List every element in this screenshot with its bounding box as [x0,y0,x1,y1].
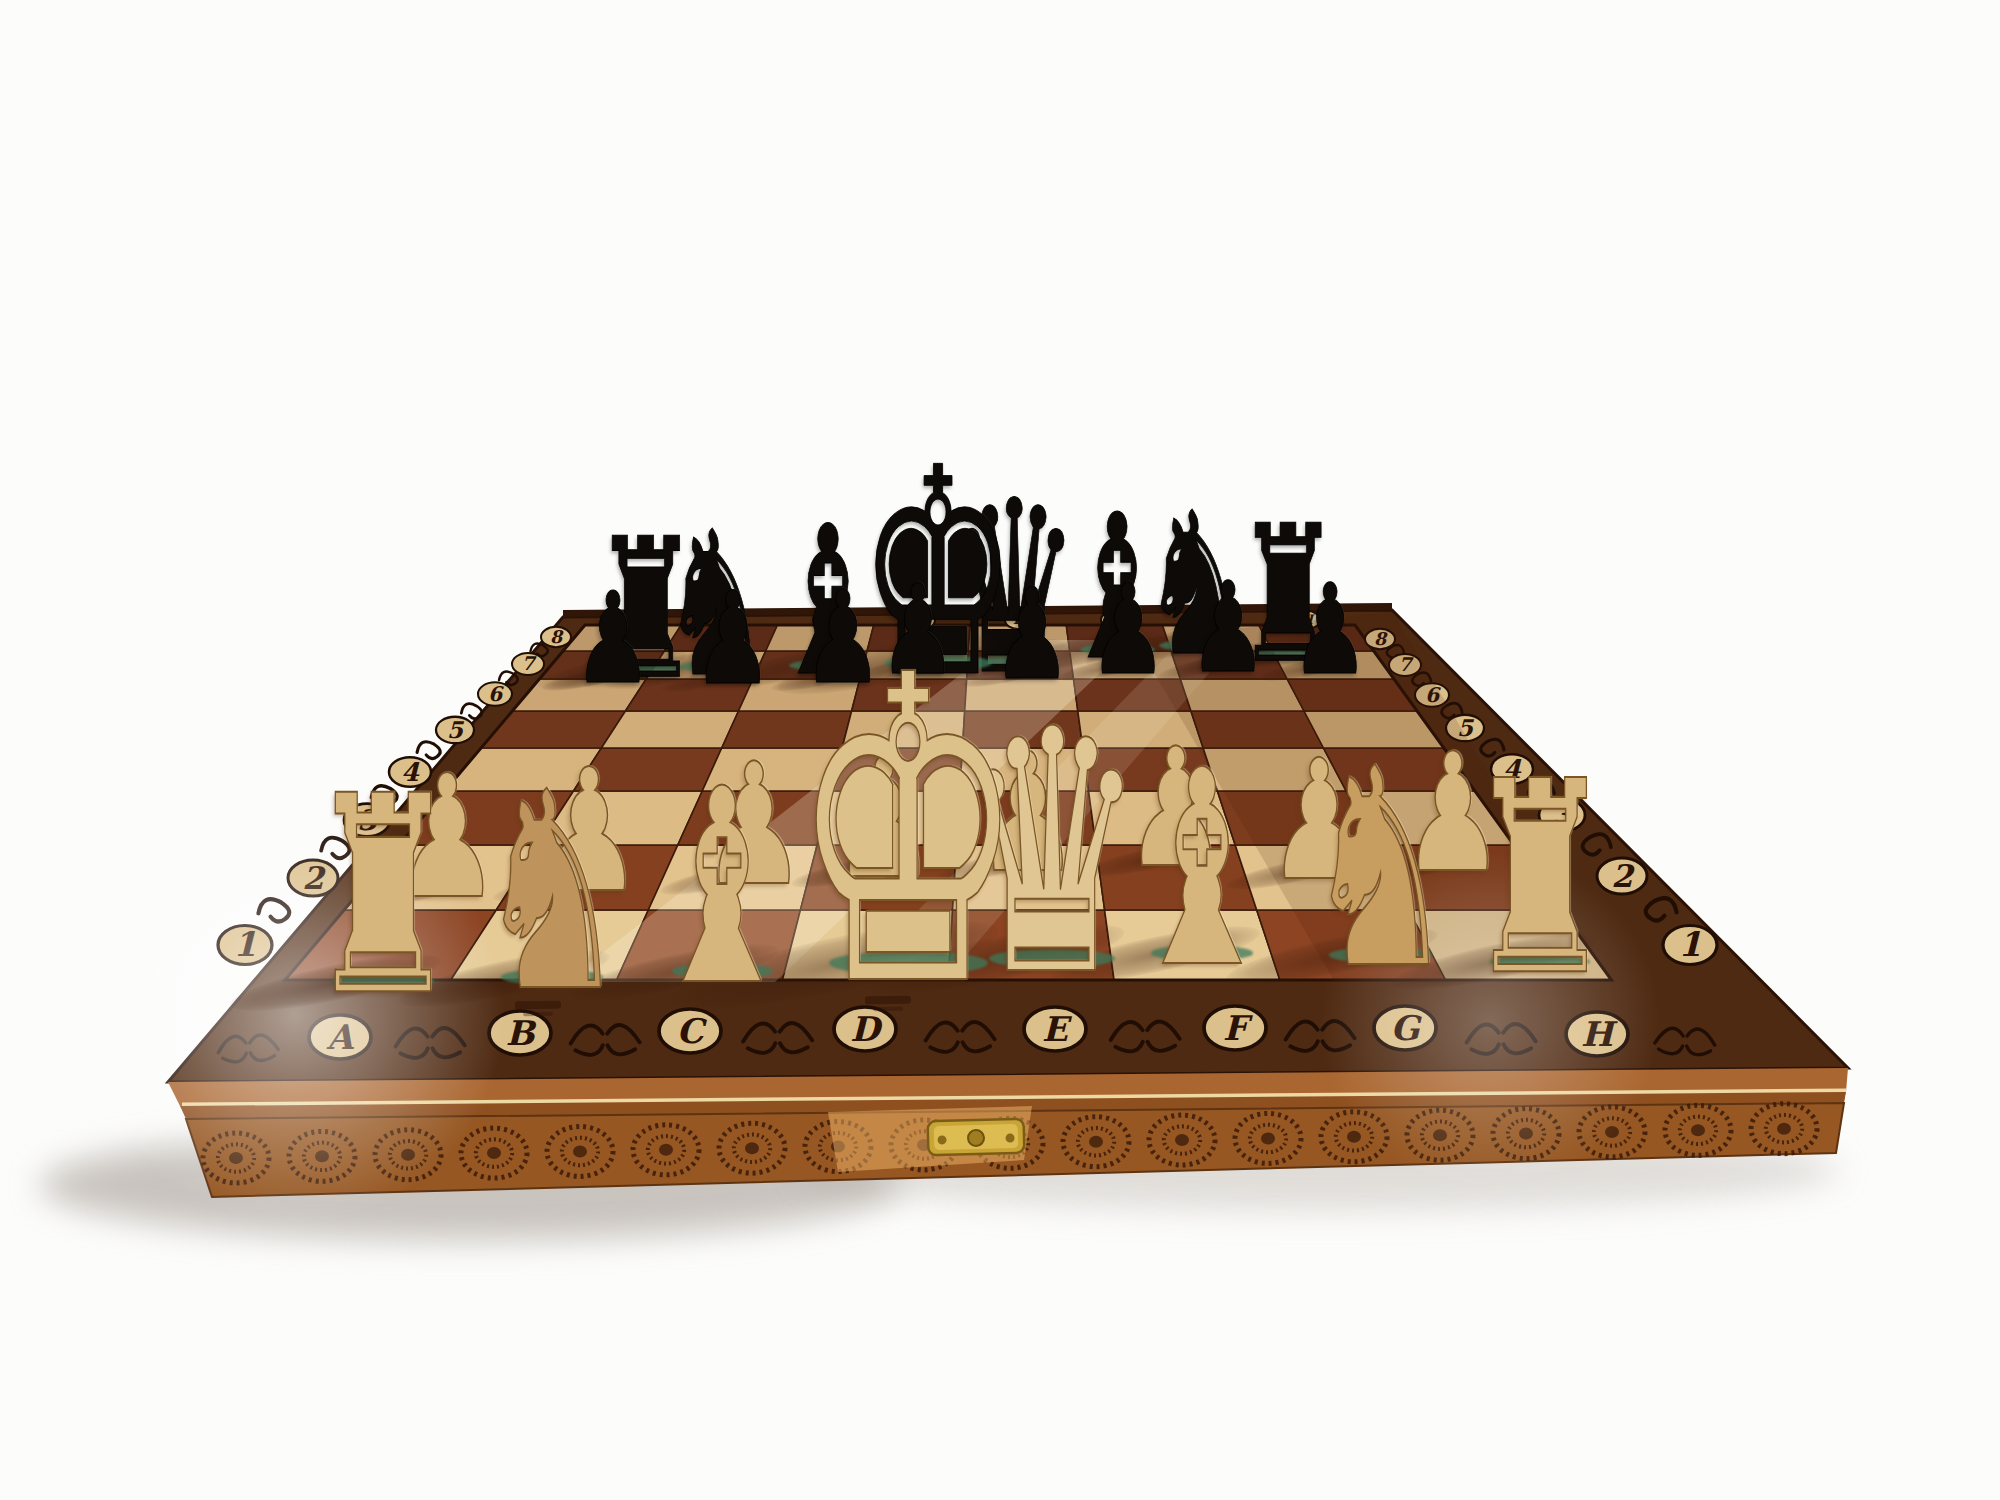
pieces-layer: ♞♝♜♛♚♟♝♞♟♟♟♜♟♟♟♟♟♟♟♟♟♟♟♟♝♞♛♜♚♝♞♜ [0,0,2000,1500]
piece-black-pawn-g7[interactable]: ♟ [1189,565,1267,690]
chess-set-photo: A B C D E F G H A B C D E F G H [0,0,2000,1500]
piece-white-king-d1[interactable]: ♚ [790,621,1025,1044]
piece-white-rook-h1[interactable]: ♜ [1466,746,1614,1012]
piece-white-knight-b1[interactable]: ♞ [476,756,628,1029]
piece-black-pawn-h7[interactable]: ♟ [1291,567,1369,692]
piece-black-pawn-b7[interactable]: ♟ [693,575,773,703]
piece-white-bishop-c1[interactable]: ♝ [647,753,797,1022]
piece-white-rook-a1[interactable]: ♜ [307,760,459,1033]
piece-black-pawn-a7[interactable]: ♟ [573,576,652,702]
